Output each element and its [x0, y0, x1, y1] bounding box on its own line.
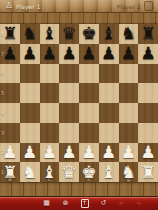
- piece-white-pawn[interactable]: ♟: [141, 143, 156, 160]
- piece-white-pawn[interactable]: ♟: [101, 143, 116, 160]
- square-f1[interactable]: f♝: [99, 162, 119, 182]
- piece-white-pawn[interactable]: ♟: [22, 143, 37, 160]
- piece-white-rook[interactable]: ♜: [141, 163, 156, 180]
- square-f4[interactable]: [99, 103, 119, 123]
- square-c4[interactable]: [40, 103, 60, 123]
- square-f2[interactable]: ♟: [99, 143, 119, 163]
- square-d8[interactable]: ♛: [59, 24, 79, 44]
- square-g1[interactable]: g♞: [119, 162, 139, 182]
- piece-black-king[interactable]: ♚: [81, 25, 96, 42]
- piece-black-pawn[interactable]: ♟: [42, 45, 57, 62]
- white-piece-icon: ♙: [5, 2, 13, 11]
- player-bar: ♙ Player 1 Player 2: [0, 0, 158, 13]
- piece-black-rook[interactable]: ♜: [2, 25, 17, 42]
- square-d5[interactable]: [59, 83, 79, 103]
- square-c3[interactable]: [40, 123, 60, 143]
- square-b3[interactable]: [20, 123, 40, 143]
- redo-icon[interactable]: ↷: [135, 198, 142, 209]
- square-e5[interactable]: [79, 83, 99, 103]
- square-a6[interactable]: 6: [0, 64, 20, 84]
- square-a7[interactable]: 7♟: [0, 44, 20, 64]
- square-b7[interactable]: ♟: [20, 44, 40, 64]
- piece-white-king[interactable]: ♚: [81, 163, 96, 180]
- piece-black-rook[interactable]: ♜: [141, 25, 156, 42]
- square-h6[interactable]: [138, 64, 158, 84]
- player1-name: Player 1: [16, 3, 40, 10]
- rank-label-3: 3: [1, 130, 4, 136]
- square-c1[interactable]: c♝: [40, 162, 60, 182]
- piece-white-pawn[interactable]: ♟: [42, 143, 57, 160]
- square-h8[interactable]: ♜: [138, 24, 158, 44]
- piece-black-queen[interactable]: ♛: [62, 25, 77, 42]
- square-a2[interactable]: 2♟: [0, 143, 20, 163]
- square-g3[interactable]: [119, 123, 139, 143]
- square-b6[interactable]: [20, 64, 40, 84]
- piece-black-bishop[interactable]: ♝: [101, 25, 116, 42]
- square-c6[interactable]: [40, 64, 60, 84]
- settings-icon[interactable]: ⊗: [61, 198, 70, 209]
- chess-board: 8♜♞♝♛♚♝♞♜7♟♟♟♟♟♟♟♟65432♟♟♟♟♟♟♟♟1a♜b♞c♝d♛…: [0, 24, 158, 182]
- square-e3[interactable]: [79, 123, 99, 143]
- piece-black-pawn[interactable]: ♟: [2, 45, 17, 62]
- square-a4[interactable]: 4: [0, 103, 20, 123]
- piece-white-knight[interactable]: ♞: [121, 163, 136, 180]
- share-icon[interactable]: ↑: [80, 198, 89, 209]
- piece-white-queen[interactable]: ♛: [62, 163, 77, 180]
- square-g6[interactable]: [119, 64, 139, 84]
- piece-black-pawn[interactable]: ♟: [62, 45, 77, 62]
- piece-black-pawn[interactable]: ♟: [121, 45, 136, 62]
- piece-black-knight[interactable]: ♞: [22, 25, 37, 42]
- game-toolbar: ▦ ⊗ ↑ ↺ ↶ ↷: [0, 196, 158, 210]
- square-a1[interactable]: 1a♜: [0, 162, 20, 182]
- square-b5[interactable]: [20, 83, 40, 103]
- piece-black-pawn[interactable]: ♟: [81, 45, 96, 62]
- piece-black-pawn[interactable]: ♟: [22, 45, 37, 62]
- board-icon[interactable]: ▦: [42, 198, 51, 209]
- black-piece-icon: [144, 1, 153, 11]
- player2-name: Player 2: [117, 3, 141, 10]
- player2-info: Player 2: [117, 1, 153, 11]
- undo-icon[interactable]: ↶: [118, 198, 125, 209]
- square-f5[interactable]: [99, 83, 119, 103]
- square-g7[interactable]: ♟: [119, 44, 139, 64]
- square-b4[interactable]: [20, 103, 40, 123]
- square-c5[interactable]: [40, 83, 60, 103]
- square-d3[interactable]: [59, 123, 79, 143]
- square-d2[interactable]: ♟: [59, 143, 79, 163]
- square-e4[interactable]: [79, 103, 99, 123]
- square-e8[interactable]: ♚: [79, 24, 99, 44]
- square-g8[interactable]: ♞: [119, 24, 139, 44]
- piece-white-pawn[interactable]: ♟: [62, 143, 77, 160]
- square-b1[interactable]: b♞: [20, 162, 40, 182]
- piece-white-pawn[interactable]: ♟: [2, 143, 17, 160]
- square-a8[interactable]: 8♜: [0, 24, 20, 44]
- square-c8[interactable]: ♝: [40, 24, 60, 44]
- chess-app-screen: ♙ Player 1 Player 2 8♜♞♝♛♚♝♞♜7♟♟♟♟♟♟♟♟65…: [0, 0, 158, 210]
- piece-black-pawn[interactable]: ♟: [101, 45, 116, 62]
- square-a3[interactable]: 3: [0, 123, 20, 143]
- square-b8[interactable]: ♞: [20, 24, 40, 44]
- piece-white-bishop[interactable]: ♝: [101, 163, 116, 180]
- piece-white-bishop[interactable]: ♝: [42, 163, 57, 180]
- square-f7[interactable]: ♟: [99, 44, 119, 64]
- piece-white-knight[interactable]: ♞: [22, 163, 37, 180]
- square-c2[interactable]: ♟: [40, 143, 60, 163]
- square-h4[interactable]: [138, 103, 158, 123]
- player1-info: ♙ Player 1: [5, 2, 40, 11]
- piece-black-knight[interactable]: ♞: [121, 25, 136, 42]
- square-g4[interactable]: [119, 103, 139, 123]
- square-e6[interactable]: [79, 64, 99, 84]
- piece-black-pawn[interactable]: ♟: [141, 45, 156, 62]
- square-g2[interactable]: ♟: [119, 143, 139, 163]
- square-f8[interactable]: ♝: [99, 24, 119, 44]
- square-c7[interactable]: ♟: [40, 44, 60, 64]
- rank-label-4: 4: [1, 110, 4, 116]
- square-h2[interactable]: ♟: [138, 143, 158, 163]
- square-f6[interactable]: [99, 64, 119, 84]
- square-h3[interactable]: [138, 123, 158, 143]
- square-e7[interactable]: ♟: [79, 44, 99, 64]
- rank-label-5: 5: [1, 90, 4, 96]
- square-b2[interactable]: ♟: [20, 143, 40, 163]
- rotate-board-icon[interactable]: ↺: [99, 198, 108, 209]
- square-d4[interactable]: [59, 103, 79, 123]
- square-g5[interactable]: [119, 83, 139, 103]
- square-d1[interactable]: d♛: [59, 162, 79, 182]
- square-e1[interactable]: e♚: [79, 162, 99, 182]
- square-f3[interactable]: [99, 123, 119, 143]
- square-d7[interactable]: ♟: [59, 44, 79, 64]
- square-e2[interactable]: ♟: [79, 143, 99, 163]
- piece-white-pawn[interactable]: ♟: [121, 143, 136, 160]
- square-d6[interactable]: [59, 64, 79, 84]
- square-h7[interactable]: ♟: [138, 44, 158, 64]
- rank-label-6: 6: [1, 70, 4, 76]
- piece-black-bishop[interactable]: ♝: [42, 25, 57, 42]
- square-h5[interactable]: [138, 83, 158, 103]
- piece-white-rook[interactable]: ♜: [2, 163, 17, 180]
- square-a5[interactable]: 5: [0, 83, 20, 103]
- square-h1[interactable]: h♜: [138, 162, 158, 182]
- piece-white-pawn[interactable]: ♟: [81, 143, 96, 160]
